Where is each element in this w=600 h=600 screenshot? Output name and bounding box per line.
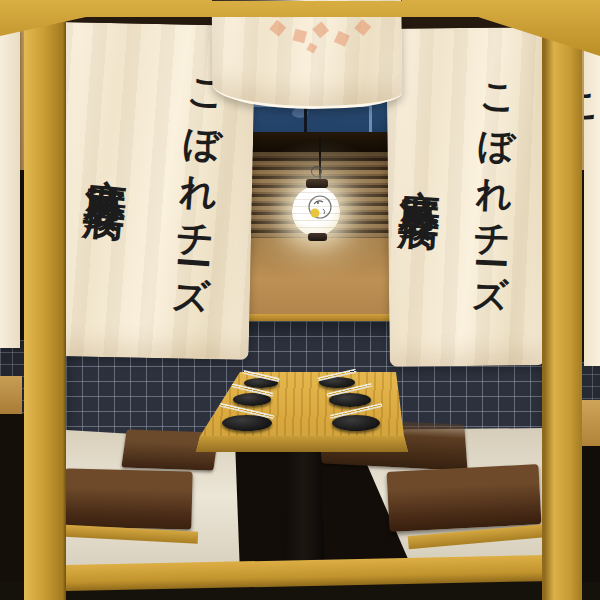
right-wood-post bbox=[542, 0, 582, 600]
noren-logo-cube bbox=[293, 29, 308, 44]
plate bbox=[233, 393, 271, 406]
noren-logo-cube bbox=[306, 43, 317, 54]
noren-logo-cube bbox=[354, 19, 371, 36]
lantern-crest-icon bbox=[302, 194, 336, 226]
right-noren-subtitle: 麻婆豆腐 bbox=[401, 155, 443, 181]
left-adjacent-shadow bbox=[0, 414, 24, 600]
plate bbox=[319, 377, 355, 388]
left-adjacent-table-edge bbox=[0, 376, 22, 414]
lantern-cap-bottom bbox=[308, 233, 327, 241]
partial-calligraphy-glyph: こ bbox=[584, 82, 600, 128]
far-left-curtain-sliver bbox=[0, 30, 20, 348]
left-wood-post bbox=[24, 0, 66, 600]
lantern-cap-top bbox=[306, 179, 328, 188]
table-pedestal bbox=[283, 452, 325, 564]
plate bbox=[222, 415, 272, 431]
right-noren-title: こぼれチーズ bbox=[473, 59, 519, 295]
izakaya-booth-photo: こぼれチーズ 麻婆豆腐 こぼれチーズ 麻婆豆腐 こ bbox=[0, 0, 600, 600]
right-noren-curtain: こぼれチーズ 麻婆豆腐 bbox=[386, 27, 548, 367]
lantern-hook bbox=[311, 166, 322, 177]
noren-logo-cube bbox=[334, 31, 350, 47]
right-adjacent-shadow bbox=[580, 446, 600, 600]
plate bbox=[332, 415, 380, 431]
noren-logo-cube bbox=[312, 21, 329, 38]
far-right-curtain-sliver: こ bbox=[584, 36, 600, 366]
right-bench-cushion-front bbox=[387, 464, 542, 532]
left-bench-cushion-front bbox=[63, 468, 192, 529]
plate bbox=[329, 393, 371, 407]
left-noren-subtitle: 麻婆豆腐 bbox=[88, 143, 132, 171]
right-adjacent-table-edge bbox=[580, 400, 600, 446]
noren-logo-cube bbox=[269, 20, 286, 37]
